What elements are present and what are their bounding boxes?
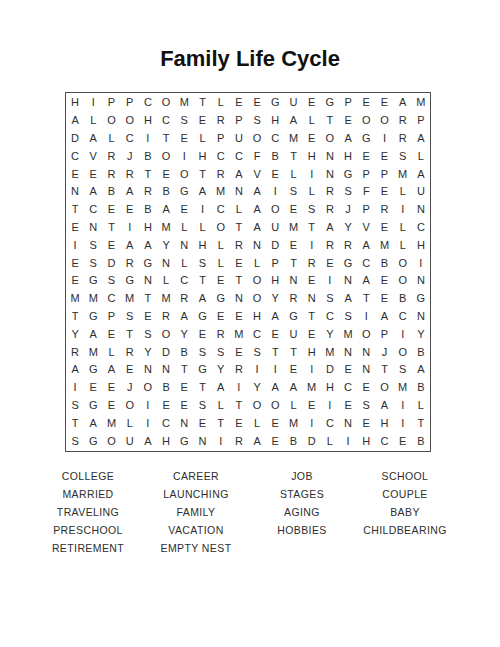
grid-cell-r18c16: E (339, 397, 357, 415)
grid-cell-r6c10: N (230, 183, 248, 201)
grid-cell-r15c3: L (102, 343, 120, 361)
grid-cell-r4c5: B (139, 147, 157, 165)
grid-cell-r4c14: H (303, 147, 321, 165)
grid-cell-r14c15: Y (321, 325, 339, 343)
grid-cell-r16c6: N (157, 361, 175, 379)
grid-cell-r14c19: I (394, 325, 412, 343)
grid-cell-r10c12: P (266, 254, 284, 272)
grid-cell-r13c1: T (66, 308, 84, 326)
word-item: EMPTY NEST (161, 539, 232, 557)
grid-cell-r6c20: U (412, 183, 430, 201)
grid-cell-r20c18: C (375, 432, 393, 450)
grid-cell-r3c19: R (394, 130, 412, 148)
grid-cell-r10c1: E (66, 254, 84, 272)
grid-cell-r11c16: N (339, 272, 357, 290)
grid-cell-r2c12: H (266, 112, 284, 130)
grid-cell-r12c15: S (321, 290, 339, 308)
grid-cell-r4c7: I (175, 147, 193, 165)
grid-cell-r2c18: O (375, 112, 393, 130)
grid-cell-r7c9: C (212, 201, 230, 219)
grid-cell-r2c14: L (303, 112, 321, 130)
word-item: PRESCHOOL (52, 521, 124, 539)
grid-cell-r19c5: I (139, 414, 157, 432)
grid-cell-r19c18: H (375, 414, 393, 432)
grid-cell-r13c5: E (139, 308, 157, 326)
grid-cell-r15c7: B (175, 343, 193, 361)
grid-cell-r4c20: L (412, 147, 430, 165)
grid-cell-r6c4: A (121, 183, 139, 201)
grid-cell-r10c6: N (157, 254, 175, 272)
grid-cell-r11c20: N (412, 272, 430, 290)
grid-cell-r7c11: A (248, 201, 266, 219)
grid-cell-r17c5: O (139, 379, 157, 397)
word-item: MARRIED (52, 485, 124, 503)
grid-cell-r16c3: A (102, 361, 120, 379)
grid-cell-r14c9: R (212, 325, 230, 343)
grid-cell-r16c1: A (66, 361, 84, 379)
grid-cell-r8c6: M (157, 219, 175, 237)
grid-cell-r14c11: C (248, 325, 266, 343)
grid-cell-r14c20: Y (412, 325, 430, 343)
grid-cell-r18c14: E (303, 397, 321, 415)
grid-cell-r12c13: R (284, 290, 302, 308)
grid-cell-r4c4: J (121, 147, 139, 165)
grid-cell-r7c19: I (394, 201, 412, 219)
grid-cell-r10c17: C (357, 254, 375, 272)
grid-cell-r5c10: A (230, 165, 248, 183)
grid-cell-r3c2: A (84, 130, 102, 148)
grid-cell-r16c12: I (266, 361, 284, 379)
word-item: FAMILY (161, 503, 232, 521)
grid-cell-r18c6: E (157, 397, 175, 415)
grid-cell-r14c5: S (139, 325, 157, 343)
grid-cell-r9c4: A (121, 236, 139, 254)
grid-cell-r5c13: L (284, 165, 302, 183)
grid-cell-r17c20: B (412, 379, 430, 397)
grid-cell-r12c4: M (121, 290, 139, 308)
grid-cell-r18c19: I (394, 397, 412, 415)
grid-cell-r19c7: N (175, 414, 193, 432)
grid-cell-r9c5: A (139, 236, 157, 254)
grid-cell-r6c15: R (321, 183, 339, 201)
word-list-column-1: COLLEGEMARRIEDTRAVELINGPRESCHOOLRETIREME… (52, 467, 124, 557)
grid-cell-r5c2: E (84, 165, 102, 183)
grid-cell-r12c1: M (66, 290, 84, 308)
grid-cell-r6c1: N (66, 183, 84, 201)
grid-cell-r11c13: N (284, 272, 302, 290)
grid-cell-r10c2: S (84, 254, 102, 272)
grid-cell-r14c13: U (284, 325, 302, 343)
grid-cell-r11c9: E (212, 272, 230, 290)
grid-cell-r1c11: E (248, 94, 266, 112)
grid-cell-r1c16: P (339, 94, 357, 112)
word-item: CHILDBEARING (363, 521, 447, 539)
grid-cell-r5c18: P (375, 165, 393, 183)
grid-cell-r15c10: E (230, 343, 248, 361)
grid-cell-r20c5: A (139, 432, 157, 450)
grid-cell-r9c13: E (284, 236, 302, 254)
grid-cell-r7c6: A (157, 201, 175, 219)
word-item: HOBBIES (277, 521, 326, 539)
grid-cell-r12c2: M (84, 290, 102, 308)
grid-cell-r13c10: E (230, 308, 248, 326)
grid-cell-r15c6: D (157, 343, 175, 361)
grid-cell-r13c13: G (284, 308, 302, 326)
grid-cell-r12c14: N (303, 290, 321, 308)
grid-cell-r15c15: M (321, 343, 339, 361)
grid-cell-r5c16: G (339, 165, 357, 183)
grid-cell-r3c1: D (66, 130, 84, 148)
grid-cell-r10c14: R (303, 254, 321, 272)
grid-cell-r19c14: I (303, 414, 321, 432)
grid-cell-r19c15: C (321, 414, 339, 432)
grid-cell-r3c11: O (248, 130, 266, 148)
grid-cell-r4c19: S (394, 147, 412, 165)
grid-cell-r20c8: N (193, 432, 211, 450)
grid-cell-r1c5: C (139, 94, 157, 112)
grid-cell-r18c8: S (193, 397, 211, 415)
grid-cell-r10c13: T (284, 254, 302, 272)
grid-cell-r11c6: L (157, 272, 175, 290)
grid-cell-r11c19: O (394, 272, 412, 290)
grid-cell-r13c15: C (321, 308, 339, 326)
grid-cell-r14c16: M (339, 325, 357, 343)
grid-cell-r1c9: L (212, 94, 230, 112)
grid-cell-r15c12: T (266, 343, 284, 361)
grid-cell-r3c14: E (303, 130, 321, 148)
grid-cell-r4c17: E (357, 147, 375, 165)
grid-cell-r8c10: T (230, 219, 248, 237)
grid-cell-r17c13: A (284, 379, 302, 397)
grid-cell-r8c19: L (394, 219, 412, 237)
grid-cell-r19c6: C (157, 414, 175, 432)
word-item: STAGES (277, 485, 326, 503)
word-list-column-4: SCHOOLCOUPLEBABYCHILDBEARING (363, 467, 447, 539)
grid-cell-r13c20: N (412, 308, 430, 326)
grid-cell-r1c10: E (230, 94, 248, 112)
grid-cell-r16c4: E (121, 361, 139, 379)
word-item: COUPLE (363, 485, 447, 503)
grid-cell-r8c7: L (175, 219, 193, 237)
word-search-page: Family Life Cycle HIPPCOMTLEEGUEGPEEAMAL… (0, 0, 500, 647)
grid-cell-r17c14: M (303, 379, 321, 397)
grid-cell-r16c8: G (193, 361, 211, 379)
grid-cell-r7c8: I (193, 201, 211, 219)
grid-cell-r5c8: T (193, 165, 211, 183)
grid-cell-r15c1: R (66, 343, 84, 361)
grid-cell-r11c15: I (321, 272, 339, 290)
grid-cell-r3c3: L (102, 130, 120, 148)
grid-cell-r5c7: O (175, 165, 193, 183)
grid-cell-r10c11: L (248, 254, 266, 272)
grid-cell-r4c3: R (102, 147, 120, 165)
grid-cell-r18c15: I (321, 397, 339, 415)
grid-cell-r13c18: A (375, 308, 393, 326)
word-list-column-3: JOBSTAGESAGINGHOBBIES (277, 467, 326, 539)
grid-cell-r11c4: G (121, 272, 139, 290)
grid-cell-r7c10: L (230, 201, 248, 219)
grid-cell-r11c5: N (139, 272, 157, 290)
grid-cell-r20c14: D (303, 432, 321, 450)
grid-cell-r2c7: S (175, 112, 193, 130)
grid-cell-r10c9: L (212, 254, 230, 272)
grid-cell-r1c19: A (394, 94, 412, 112)
grid-cell-r1c6: O (157, 94, 175, 112)
grid-cell-r5c5: T (139, 165, 157, 183)
grid-cell-r1c4: P (121, 94, 139, 112)
grid-cell-r5c4: R (121, 165, 139, 183)
grid-cell-r10c5: G (139, 254, 157, 272)
grid-cell-r12c7: R (175, 290, 193, 308)
grid-cell-r19c1: T (66, 414, 84, 432)
grid-cell-r7c20: N (412, 201, 430, 219)
grid-cell-r3c5: I (139, 130, 157, 148)
grid-cell-r4c10: C (230, 147, 248, 165)
word-list: COLLEGEMARRIEDTRAVELINGPRESCHOOLRETIREME… (0, 467, 500, 562)
grid-cell-r2c4: O (121, 112, 139, 130)
grid-cell-r12c16: A (339, 290, 357, 308)
grid-cell-r11c14: E (303, 272, 321, 290)
grid-cell-r9c7: N (175, 236, 193, 254)
grid-cell-r6c18: E (375, 183, 393, 201)
grid-cell-r4c18: E (375, 147, 393, 165)
grid-cell-r14c12: E (266, 325, 284, 343)
grid-cell-r2c13: A (284, 112, 302, 130)
grid-cell-r14c4: T (121, 325, 139, 343)
grid-cell-r11c10: T (230, 272, 248, 290)
grid-cell-r19c8: E (193, 414, 211, 432)
grid-cell-r8c17: V (357, 219, 375, 237)
grid-cell-r18c9: L (212, 397, 230, 415)
grid-cell-r13c4: S (121, 308, 139, 326)
grid-cell-r18c20: L (412, 397, 430, 415)
word-item: AGING (277, 503, 326, 521)
grid-cell-r8c9: O (212, 219, 230, 237)
grid-cell-r8c8: L (193, 219, 211, 237)
grid-cell-r13c7: A (175, 308, 193, 326)
grid-cell-r15c5: Y (139, 343, 157, 361)
grid-cell-r14c3: E (102, 325, 120, 343)
grid-cell-r12c9: G (212, 290, 230, 308)
grid-cell-r20c9: I (212, 432, 230, 450)
grid-cell-r3c9: P (212, 130, 230, 148)
grid-cell-r2c16: E (339, 112, 357, 130)
grid-cell-r8c3: T (102, 219, 120, 237)
grid-cell-r9c3: E (102, 236, 120, 254)
grid-cell-r2c9: R (212, 112, 230, 130)
grid-cell-r3c7: E (175, 130, 193, 148)
grid-cell-r19c13: M (284, 414, 302, 432)
word-item: RETIREMENT (52, 539, 124, 557)
grid-cell-r5c1: E (66, 165, 84, 183)
grid-cell-r8c14: T (303, 219, 321, 237)
grid-cell-r18c2: G (84, 397, 102, 415)
grid-cell-r3c20: A (412, 130, 430, 148)
grid-cell-r6c8: A (193, 183, 211, 201)
grid-cell-r1c1: H (66, 94, 84, 112)
grid-cell-r1c7: M (175, 94, 193, 112)
grid-cell-r1c8: T (193, 94, 211, 112)
grid-cell-r3c17: G (357, 130, 375, 148)
grid-cell-r11c18: E (375, 272, 393, 290)
grid-cell-r17c10: I (230, 379, 248, 397)
grid-cell-r5c19: M (394, 165, 412, 183)
grid-cell-r19c20: T (412, 414, 430, 432)
grid-cell-r13c6: R (157, 308, 175, 326)
grid-cell-r18c18: A (375, 397, 393, 415)
grid-cell-r7c1: T (66, 201, 84, 219)
grid-cell-r1c2: I (84, 94, 102, 112)
grid-cell-r2c20: P (412, 112, 430, 130)
grid-cell-r20c19: E (394, 432, 412, 450)
grid-cell-r7c17: P (357, 201, 375, 219)
grid-cell-r2c5: H (139, 112, 157, 130)
grid-cell-r7c14: S (303, 201, 321, 219)
grid-cell-r18c3: E (102, 397, 120, 415)
grid-cell-r4c13: T (284, 147, 302, 165)
grid-cell-r6c17: F (357, 183, 375, 201)
grid-cell-r17c17: E (357, 379, 375, 397)
grid-cell-r18c7: E (175, 397, 193, 415)
grid-cell-r16c20: A (412, 361, 430, 379)
grid-cell-r2c3: O (102, 112, 120, 130)
word-item: VACATION (161, 521, 232, 539)
grid-cell-r13c8: G (193, 308, 211, 326)
grid-cell-r19c9: T (212, 414, 230, 432)
grid-cell-r15c20: B (412, 343, 430, 361)
grid-cell-r4c16: H (339, 147, 357, 165)
grid-cell-r17c1: I (66, 379, 84, 397)
grid-cell-r20c10: R (230, 432, 248, 450)
grid-cell-r16c11: I (248, 361, 266, 379)
grid-cell-r15c2: M (84, 343, 102, 361)
grid-cell-r18c11: O (248, 397, 266, 415)
word-item: TRAVELING (52, 503, 124, 521)
grid-cell-r10c3: D (102, 254, 120, 272)
grid-cell-r15c19: O (394, 343, 412, 361)
grid-cell-r2c10: P (230, 112, 248, 130)
grid-cell-r15c18: J (375, 343, 393, 361)
grid-cell-r10c15: E (321, 254, 339, 272)
grid-cell-r5c12: E (266, 165, 284, 183)
grid-cell-r14c18: P (375, 325, 393, 343)
grid-cell-r9c1: I (66, 236, 84, 254)
grid-cell-r17c12: A (266, 379, 284, 397)
grid-cell-r17c8: T (193, 379, 211, 397)
word-item: BABY (363, 503, 447, 521)
grid-cell-r16c10: R (230, 361, 248, 379)
grid-cell-r11c3: S (102, 272, 120, 290)
grid-cell-r12c18: E (375, 290, 393, 308)
grid-cell-r6c7: G (175, 183, 193, 201)
grid-cell-r1c14: E (303, 94, 321, 112)
grid-cell-r20c13: B (284, 432, 302, 450)
grid-cell-r15c8: S (193, 343, 211, 361)
grid-cell-r12c17: T (357, 290, 375, 308)
grid-cell-r11c8: T (193, 272, 211, 290)
grid-cell-r2c1: A (66, 112, 84, 130)
page-title: Family Life Cycle (0, 46, 500, 72)
grid-cell-r16c13: E (284, 361, 302, 379)
grid-cell-r12c3: C (102, 290, 120, 308)
grid-cell-r10c16: G (339, 254, 357, 272)
grid-cell-r9c17: A (357, 236, 375, 254)
grid-cell-r6c13: S (284, 183, 302, 201)
grid-cell-r14c10: M (230, 325, 248, 343)
grid-cell-r11c17: A (357, 272, 375, 290)
grid-cell-r16c15: D (321, 361, 339, 379)
grid-cell-r8c11: A (248, 219, 266, 237)
grid-cell-r7c3: E (102, 201, 120, 219)
grid-cell-r16c2: G (84, 361, 102, 379)
grid-cell-r17c3: E (102, 379, 120, 397)
grid-cell-r16c7: T (175, 361, 193, 379)
grid-cell-r16c5: N (139, 361, 157, 379)
grid-cell-r19c3: M (102, 414, 120, 432)
grid-cell-r3c16: A (339, 130, 357, 148)
grid-cell-r6c16: S (339, 183, 357, 201)
grid-cell-r9c14: I (303, 236, 321, 254)
grid-cell-r16c19: S (394, 361, 412, 379)
grid-cell-r19c19: I (394, 414, 412, 432)
grid-cell-r18c5: I (139, 397, 157, 415)
grid-cell-r15c17: N (357, 343, 375, 361)
grid-cell-r9c16: R (339, 236, 357, 254)
grid-cell-r9c6: Y (157, 236, 175, 254)
grid-cell-r12c19: B (394, 290, 412, 308)
grid-cell-r18c17: S (357, 397, 375, 415)
grid-cell-r12c5: T (139, 290, 157, 308)
grid-cell-r1c3: P (102, 94, 120, 112)
grid-cell-r1c17: E (357, 94, 375, 112)
grid-cell-r14c1: Y (66, 325, 84, 343)
grid-cell-r13c3: P (102, 308, 120, 326)
grid-cell-r20c6: H (157, 432, 175, 450)
grid-cell-r14c7: Y (175, 325, 193, 343)
grid-cell-r7c2: C (84, 201, 102, 219)
grid-cell-r2c11: S (248, 112, 266, 130)
grid-cell-r2c15: T (321, 112, 339, 130)
grid-cell-r4c6: O (157, 147, 175, 165)
grid-cell-r5c20: A (412, 165, 430, 183)
grid-cell-r13c11: H (248, 308, 266, 326)
grid-cell-r2c17: O (357, 112, 375, 130)
grid-cell-r19c11: L (248, 414, 266, 432)
grid-cell-r3c8: L (193, 130, 211, 148)
grid-cell-r7c16: J (339, 201, 357, 219)
grid-cell-r16c9: Y (212, 361, 230, 379)
grid-cell-r3c4: C (121, 130, 139, 148)
grid-cell-r17c18: O (375, 379, 393, 397)
grid-cell-r14c17: O (357, 325, 375, 343)
grid-cell-r4c8: H (193, 147, 211, 165)
grid-cell-r16c14: I (303, 361, 321, 379)
word-item: COLLEGE (52, 467, 124, 485)
grid-cell-r7c18: R (375, 201, 393, 219)
grid-cell-r13c2: G (84, 308, 102, 326)
grid-cell-r7c12: O (266, 201, 284, 219)
grid-cell-r9c2: S (84, 236, 102, 254)
grid-cell-r8c12: U (266, 219, 284, 237)
grid-cell-r14c8: E (193, 325, 211, 343)
grid-cell-r5c6: E (157, 165, 175, 183)
grid-cell-r6c5: R (139, 183, 157, 201)
grid-cell-r9c19: L (394, 236, 412, 254)
grid-cell-r5c11: V (248, 165, 266, 183)
grid-cell-r7c13: E (284, 201, 302, 219)
grid-cell-r8c13: M (284, 219, 302, 237)
grid-cell-r6c11: A (248, 183, 266, 201)
